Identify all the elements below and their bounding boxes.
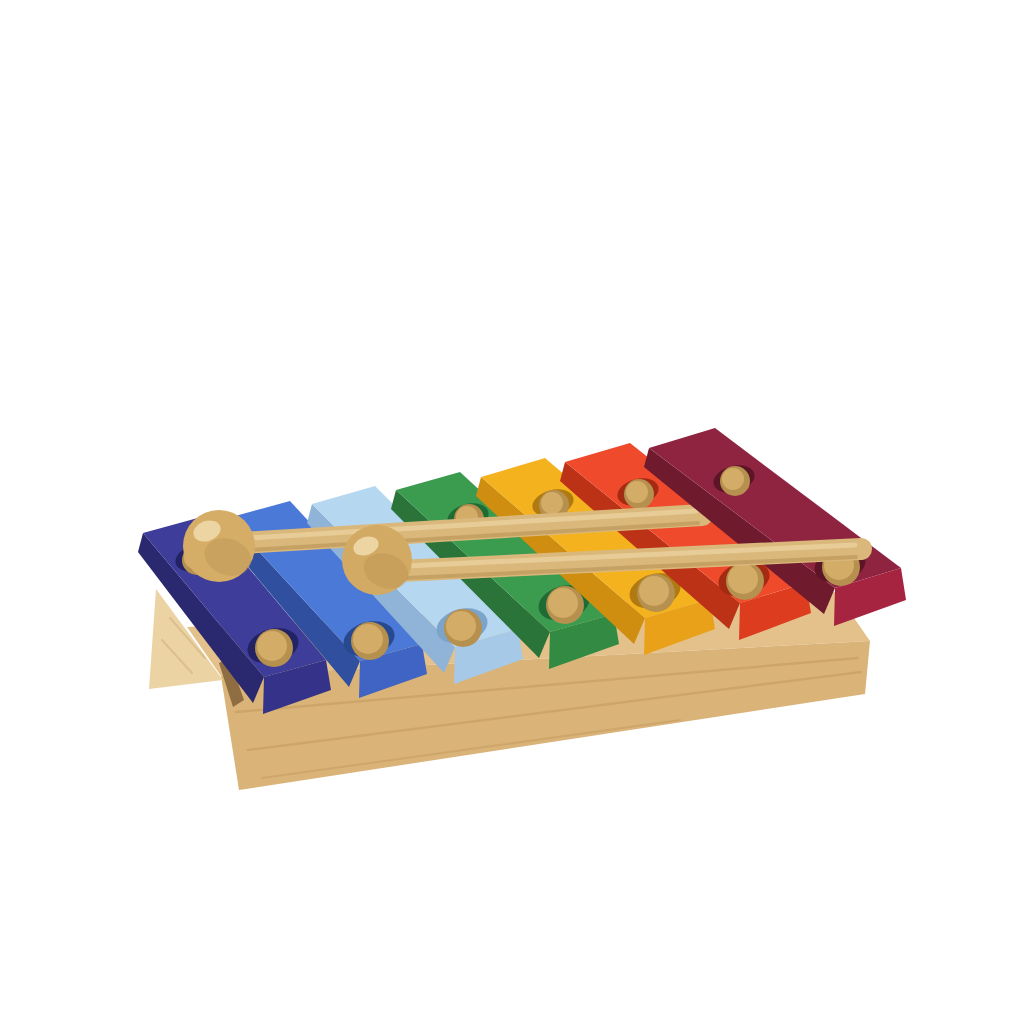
product-photo-xylophone [0,0,1024,1024]
bar-5-back-peg-top [541,492,563,514]
bar-5-front-peg-top [639,576,669,606]
bar-4-front-peg-top [548,588,578,618]
xylophone-scene [0,0,1024,1024]
bar-7-back-peg-top [722,468,744,490]
bar-6-back-peg-top [626,481,648,503]
bar-6-front-peg-top [728,564,758,594]
bar-3-front-peg-top [446,611,476,641]
bar-1-front-peg-top [257,631,287,661]
bar-2-front-peg-top [353,624,383,654]
